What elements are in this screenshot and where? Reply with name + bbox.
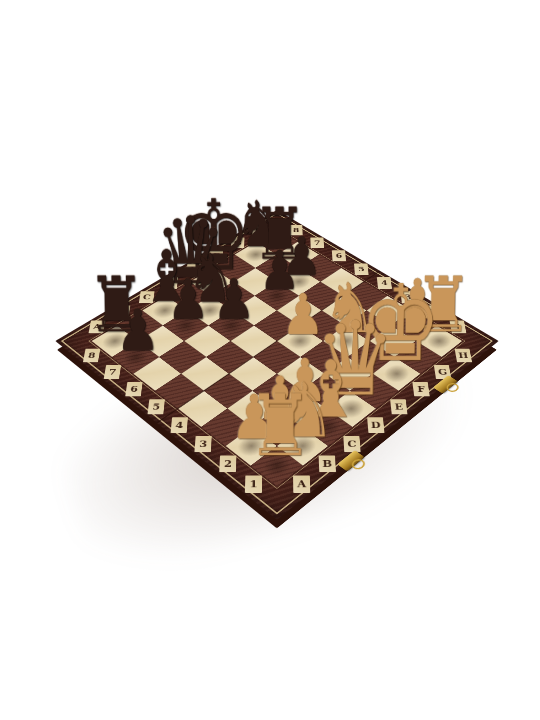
square-d5 xyxy=(231,325,277,357)
file-label-bottom-d: D xyxy=(367,417,385,433)
rank-label-left-5: 5 xyxy=(147,399,165,414)
file-label-bottom-c: C xyxy=(343,436,360,452)
file-label-bottom-f: F xyxy=(412,382,430,397)
rank-label-left-6: 6 xyxy=(125,382,143,397)
rank-label-right-6: 6 xyxy=(331,250,345,261)
rank-label-left-1: 1 xyxy=(244,475,261,492)
rank-label-left-7: 7 xyxy=(103,365,121,379)
rank-label-left-2: 2 xyxy=(219,455,236,472)
black-pawn-glyph: ♟ xyxy=(115,302,160,359)
file-label-bottom-h: H xyxy=(454,349,472,363)
rank-label-left-4: 4 xyxy=(170,417,188,433)
rank-label-left-8: 8 xyxy=(82,349,100,363)
white-rook-glyph: ♜ xyxy=(247,383,314,468)
file-label-bottom-b: B xyxy=(318,455,335,472)
black-pawn-glyph: ♟ xyxy=(166,272,209,327)
photo-stage: AABBCCDDEEFFGGHH1122334455667788♜♝♛♚♞♟♟♞… xyxy=(0,0,540,720)
rank-label-left-3: 3 xyxy=(194,436,211,452)
black-pawn-glyph: ♟ xyxy=(212,272,255,327)
file-label-bottom-a: A xyxy=(292,475,309,492)
